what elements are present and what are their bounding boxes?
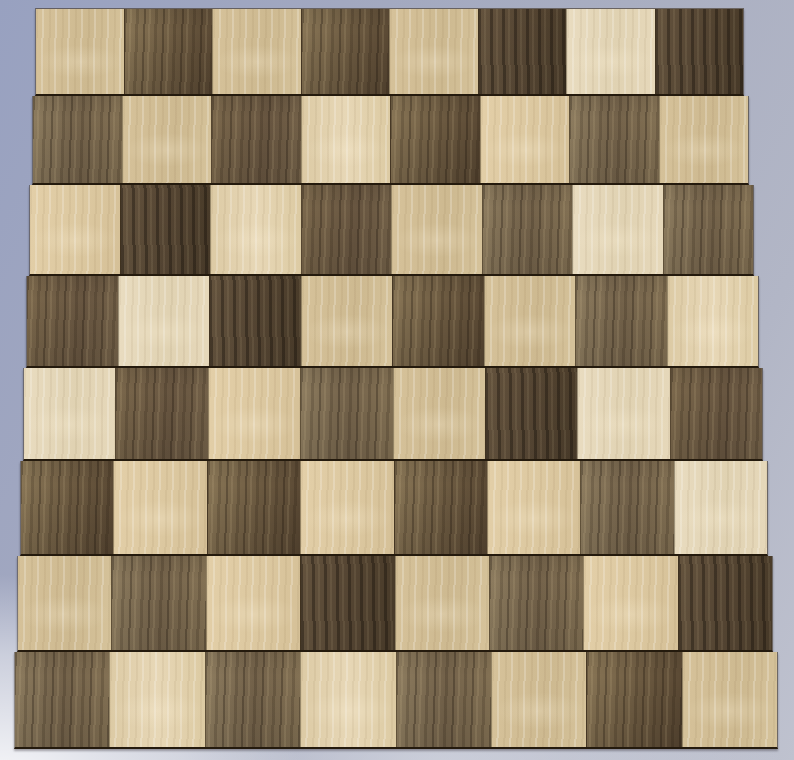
square-a7	[33, 96, 122, 183]
square-h5	[667, 276, 759, 366]
rank-strip-6	[29, 185, 754, 276]
square-b3	[113, 461, 206, 554]
square-g6	[572, 185, 663, 274]
square-e7	[390, 96, 480, 183]
square-c1	[205, 652, 300, 747]
square-h4	[670, 368, 762, 459]
square-e5	[392, 276, 484, 366]
square-f1	[491, 652, 586, 747]
square-e3	[394, 461, 487, 554]
square-e4	[393, 368, 485, 459]
square-h3	[674, 461, 767, 554]
rank-strip-1	[14, 652, 778, 749]
square-g4	[577, 368, 669, 459]
square-b6	[120, 185, 211, 274]
square-e8	[389, 9, 478, 94]
square-d6	[301, 185, 392, 274]
square-f2	[489, 556, 583, 650]
square-d2	[300, 556, 394, 650]
square-a1	[15, 652, 109, 747]
square-a2	[18, 556, 111, 650]
rank-strip-7	[32, 96, 749, 185]
rank-strip-3	[20, 461, 768, 556]
photo-background	[0, 0, 794, 760]
square-h2	[678, 556, 772, 650]
square-a4	[24, 368, 115, 459]
square-b7	[122, 96, 212, 183]
square-g8	[566, 9, 655, 94]
square-g7	[569, 96, 659, 183]
rank-strip-5	[26, 276, 759, 368]
rank-strip-8	[35, 8, 744, 96]
square-a5	[27, 276, 118, 366]
square-d7	[301, 96, 391, 183]
square-c4	[208, 368, 300, 459]
square-g5	[575, 276, 667, 366]
square-a8	[36, 9, 124, 94]
square-d5	[301, 276, 393, 366]
square-h7	[659, 96, 749, 183]
square-e1	[396, 652, 491, 747]
square-d1	[300, 652, 395, 747]
square-c6	[210, 185, 301, 274]
square-f8	[478, 9, 567, 94]
square-f4	[485, 368, 577, 459]
square-e2	[395, 556, 489, 650]
square-c3	[207, 461, 300, 554]
square-a6	[30, 185, 120, 274]
square-d8	[301, 9, 390, 94]
square-f5	[484, 276, 576, 366]
square-e6	[391, 185, 482, 274]
square-h8	[655, 9, 744, 94]
square-f3	[487, 461, 580, 554]
square-b4	[115, 368, 207, 459]
square-c7	[211, 96, 301, 183]
rank-strip-4	[23, 368, 763, 461]
square-c2	[206, 556, 300, 650]
square-c5	[209, 276, 301, 366]
square-d4	[300, 368, 392, 459]
square-d3	[300, 461, 393, 554]
square-h1	[682, 652, 777, 747]
square-g2	[583, 556, 677, 650]
square-h6	[663, 185, 754, 274]
square-f6	[482, 185, 573, 274]
square-b8	[124, 9, 213, 94]
square-g1	[586, 652, 681, 747]
square-b2	[111, 556, 205, 650]
chessboard	[0, 0, 794, 749]
square-g3	[580, 461, 673, 554]
square-a3	[21, 461, 113, 554]
square-b1	[109, 652, 204, 747]
rank-strip-2	[17, 556, 773, 652]
square-c8	[212, 9, 301, 94]
square-f7	[480, 96, 570, 183]
square-b5	[118, 276, 210, 366]
